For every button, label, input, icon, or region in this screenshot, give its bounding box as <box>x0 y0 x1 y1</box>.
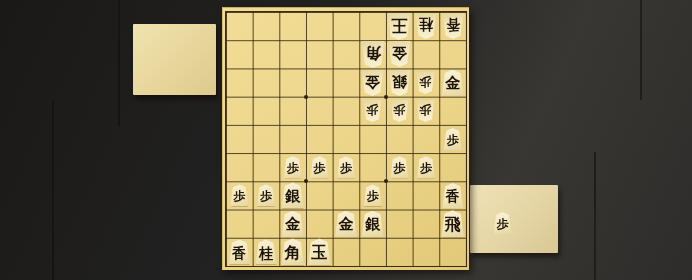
hoshi-dot <box>304 95 308 99</box>
board-grid: 王桂香角金金銀歩金歩歩歩歩歩歩歩歩歩歩歩銀歩香金金銀飛香桂角玉 <box>225 11 467 267</box>
square-r6c7[interactable]: 歩 <box>386 153 413 181</box>
plank-seam <box>118 0 120 126</box>
shogi-piece-金-gote[interactable]: 金 <box>388 41 411 67</box>
shogi-piece-歩-sente[interactable]: 歩 <box>283 156 302 178</box>
square-r8c7[interactable] <box>386 210 413 238</box>
shogi-piece-角-gote[interactable]: 角 <box>361 41 385 68</box>
square-r5c2[interactable] <box>253 125 280 153</box>
square-r4c1[interactable] <box>226 97 253 125</box>
plank-seam <box>594 152 596 280</box>
piece-kanji: 香 <box>446 189 460 203</box>
square-r8c4[interactable] <box>306 210 333 238</box>
piece-kanji: 歩 <box>393 162 405 174</box>
piece-kanji: 歩 <box>340 162 352 174</box>
piece-kanji: 歩 <box>420 104 432 116</box>
square-r1c2[interactable] <box>253 12 280 40</box>
square-r2c1[interactable] <box>226 40 253 68</box>
square-r4c4[interactable] <box>306 97 333 125</box>
square-r1c3[interactable] <box>279 12 306 40</box>
square-r9c1[interactable]: 香 <box>226 238 253 266</box>
square-r4c5[interactable] <box>333 97 360 125</box>
square-r7c2[interactable]: 歩 <box>253 181 280 209</box>
square-r6c2[interactable] <box>253 153 280 181</box>
piece-kanji: 銀 <box>392 74 407 89</box>
shogi-piece-桂-sente[interactable]: 桂 <box>255 239 277 264</box>
square-r4c9[interactable] <box>439 97 466 125</box>
shogi-piece-金-sente[interactable]: 金 <box>334 211 357 237</box>
square-r8c9[interactable]: 飛 <box>439 210 466 238</box>
square-r4c3[interactable] <box>279 97 306 125</box>
square-r1c6[interactable] <box>359 12 386 40</box>
square-r8c2[interactable] <box>253 210 280 238</box>
shogi-board: 王桂香角金金銀歩金歩歩歩歩歩歩歩歩歩歩歩銀歩香金金銀飛香桂角玉 <box>222 7 469 270</box>
piece-kanji: 歩 <box>420 76 432 88</box>
piece-kanji: 金 <box>365 74 380 89</box>
square-r7c9[interactable]: 香 <box>439 181 466 209</box>
square-r7c8[interactable] <box>413 181 440 209</box>
piece-kanji: 香 <box>232 246 246 260</box>
shogi-piece-歩-sente[interactable]: 歩 <box>443 128 462 150</box>
square-r2c8[interactable] <box>413 40 440 68</box>
square-r3c7[interactable]: 銀 <box>386 68 413 96</box>
square-r5c5[interactable] <box>333 125 360 153</box>
piece-kanji: 桂 <box>419 18 433 32</box>
piece-kanji: 歩 <box>367 190 379 202</box>
square-r6c4[interactable]: 歩 <box>306 153 333 181</box>
plank-seam <box>640 0 642 100</box>
square-r9c3[interactable]: 角 <box>279 238 306 266</box>
shogi-piece-歩-gote[interactable]: 歩 <box>363 100 382 122</box>
square-r7c7[interactable] <box>386 181 413 209</box>
square-r8c3[interactable]: 金 <box>279 210 306 238</box>
piece-kanji: 香 <box>446 18 460 32</box>
square-r7c3[interactable]: 銀 <box>279 181 306 209</box>
square-r3c2[interactable] <box>253 68 280 96</box>
piece-kanji: 銀 <box>365 217 380 232</box>
square-r5c1[interactable] <box>226 125 253 153</box>
square-r2c5[interactable] <box>333 40 360 68</box>
shogi-piece-銀-sente[interactable]: 銀 <box>281 182 304 208</box>
shogi-piece-金-sente[interactable]: 金 <box>281 211 304 237</box>
shogi-scene: 王桂香角金金銀歩金歩歩歩歩歩歩歩歩歩歩歩銀歩香金金銀飛香桂角玉 歩 <box>0 0 692 280</box>
piece-kanji: 歩 <box>287 162 299 174</box>
square-r3c4[interactable] <box>306 68 333 96</box>
square-r3c3[interactable] <box>279 68 306 96</box>
square-r3c1[interactable] <box>226 68 253 96</box>
square-r2c9[interactable] <box>439 40 466 68</box>
square-r6c5[interactable]: 歩 <box>333 153 360 181</box>
shogi-piece-王-gote[interactable]: 王 <box>387 13 411 40</box>
square-r9c5[interactable] <box>333 238 360 266</box>
square-r1c9[interactable]: 香 <box>439 12 466 40</box>
shogi-piece-歩-sente[interactable]: 歩 <box>310 156 329 178</box>
piece-kanji: 歩 <box>313 162 325 174</box>
piece-kanji: 歩 <box>420 162 432 174</box>
shogi-piece-桂-gote[interactable]: 桂 <box>415 14 437 39</box>
piece-kanji: 金 <box>445 76 460 91</box>
square-r9c8[interactable] <box>413 238 440 266</box>
square-r7c5[interactable] <box>333 181 360 209</box>
square-r4c6[interactable]: 歩 <box>359 97 386 125</box>
shogi-piece-歩-sente[interactable]: 歩 <box>230 184 249 206</box>
square-r2c7[interactable]: 金 <box>386 40 413 68</box>
square-r2c6[interactable]: 角 <box>359 40 386 68</box>
piece-kanji: 金 <box>285 217 300 232</box>
square-r6c6[interactable] <box>359 153 386 181</box>
square-r8c8[interactable] <box>413 210 440 238</box>
shogi-piece-金-gote[interactable]: 金 <box>361 70 384 96</box>
shogi-piece-歩-gote[interactable]: 歩 <box>390 100 409 122</box>
square-r3c5[interactable] <box>333 68 360 96</box>
square-r6c1[interactable] <box>226 153 253 181</box>
square-r1c4[interactable] <box>306 12 333 40</box>
square-r1c1[interactable] <box>226 12 253 40</box>
square-r6c8[interactable]: 歩 <box>413 153 440 181</box>
square-r3c6[interactable]: 金 <box>359 68 386 96</box>
square-r2c2[interactable] <box>253 40 280 68</box>
shogi-piece-金-sente[interactable]: 金 <box>441 70 464 96</box>
square-r5c3[interactable] <box>279 125 306 153</box>
square-r8c5[interactable]: 金 <box>333 210 360 238</box>
square-r7c6[interactable]: 歩 <box>359 181 386 209</box>
gote-piece-stand <box>133 24 216 95</box>
piece-kanji: 角 <box>285 245 301 261</box>
piece-kanji: 銀 <box>285 189 300 204</box>
square-r4c7[interactable]: 歩 <box>386 97 413 125</box>
square-r9c7[interactable] <box>386 238 413 266</box>
square-r8c6[interactable]: 銀 <box>359 210 386 238</box>
square-r5c9[interactable]: 歩 <box>439 125 466 153</box>
square-r9c9[interactable] <box>439 238 466 266</box>
square-r9c6[interactable] <box>359 238 386 266</box>
square-r5c4[interactable] <box>306 125 333 153</box>
hoshi-dot <box>384 95 388 99</box>
square-r3c9[interactable]: 金 <box>439 68 466 96</box>
piece-kanji: 飛 <box>445 217 461 233</box>
piece-kanji: 歩 <box>260 190 272 202</box>
square-r1c7[interactable]: 王 <box>386 12 413 40</box>
piece-kanji: 角 <box>365 45 381 61</box>
shogi-piece-銀-gote[interactable]: 銀 <box>388 70 411 96</box>
square-r2c3[interactable] <box>279 40 306 68</box>
square-r9c4[interactable]: 玉 <box>306 238 333 266</box>
shogi-piece-歩-sente[interactable]: 歩 <box>363 184 382 206</box>
sente-hand: 歩 <box>493 212 512 234</box>
shogi-piece-銀-sente[interactable]: 銀 <box>361 211 384 237</box>
piece-kanji: 歩 <box>497 218 509 230</box>
shogi-piece-歩-sente[interactable]: 歩 <box>416 156 435 178</box>
hoshi-dot <box>384 179 388 183</box>
square-r6c9[interactable] <box>439 153 466 181</box>
square-r9c2[interactable]: 桂 <box>253 238 280 266</box>
shogi-piece-歩-sente[interactable]: 歩 <box>390 156 409 178</box>
piece-kanji: 金 <box>338 217 353 232</box>
hoshi-dot <box>304 179 308 183</box>
square-r8c1[interactable] <box>226 210 253 238</box>
shogi-piece-玉-sente[interactable]: 玉 <box>307 238 331 265</box>
piece-kanji: 桂 <box>259 246 273 260</box>
piece-kanji: 歩 <box>447 134 459 146</box>
square-r3c8[interactable]: 歩 <box>413 68 440 96</box>
piece-kanji: 歩 <box>367 104 379 116</box>
piece-kanji: 金 <box>392 46 407 61</box>
shogi-piece-歩-gote[interactable]: 歩 <box>416 100 435 122</box>
shogi-piece-飛-sente[interactable]: 飛 <box>441 210 465 237</box>
shogi-piece-香-sente[interactable]: 香 <box>442 183 464 208</box>
square-r5c6[interactable] <box>359 125 386 153</box>
square-r7c4[interactable] <box>306 181 333 209</box>
shogi-piece-角-sente[interactable]: 角 <box>281 238 305 265</box>
shogi-piece-香-gote[interactable]: 香 <box>442 14 464 39</box>
square-r5c8[interactable] <box>413 125 440 153</box>
piece-kanji: 歩 <box>233 190 245 202</box>
square-r7c1[interactable]: 歩 <box>226 181 253 209</box>
square-r1c5[interactable] <box>333 12 360 40</box>
square-r5c7[interactable] <box>386 125 413 153</box>
shogi-piece-歩-sente[interactable]: 歩 <box>256 184 275 206</box>
sente-piece-stand <box>470 185 558 253</box>
square-r1c8[interactable]: 桂 <box>413 12 440 40</box>
shogi-piece-歩-sente[interactable]: 歩 <box>336 156 355 178</box>
square-r4c8[interactable]: 歩 <box>413 97 440 125</box>
square-r2c4[interactable] <box>306 40 333 68</box>
piece-kanji: 歩 <box>393 104 405 116</box>
hand-piece-歩[interactable]: 歩 <box>493 212 512 234</box>
piece-kanji: 王 <box>391 17 407 33</box>
shogi-piece-歩-gote[interactable]: 歩 <box>416 72 435 94</box>
square-r6c3[interactable]: 歩 <box>279 153 306 181</box>
piece-kanji: 玉 <box>311 245 327 261</box>
shogi-piece-香-sente[interactable]: 香 <box>228 239 250 264</box>
square-r4c2[interactable] <box>253 97 280 125</box>
plank-seam <box>52 100 54 280</box>
